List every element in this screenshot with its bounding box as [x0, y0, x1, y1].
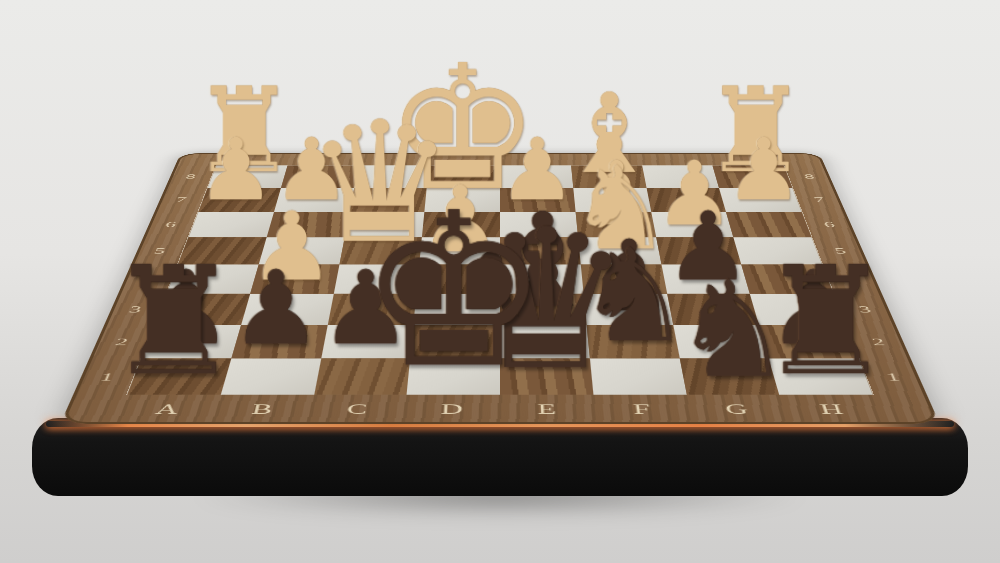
file-label-g: G — [688, 400, 788, 420]
rank-label-7: 7 — [160, 188, 201, 212]
file-label-c: C — [308, 400, 406, 420]
chess-piece-dark-rook-a1[interactable]: ♜ — [107, 251, 241, 393]
board-base — [32, 418, 968, 496]
file-label-h: H — [782, 400, 884, 420]
file-label-b: B — [212, 400, 312, 420]
chess-piece-dark-king-d1[interactable]: ♚ — [358, 191, 549, 393]
studio-scene: ♜♝♜♟♟♚♟♟♟♟♛♟♞♟♟♝♟♟♟♟♞♟♜♚♛♞♜ ABCDEFGH 876… — [0, 0, 1000, 563]
chessboard[interactable]: ♜♝♜♟♟♚♟♟♟♟♛♟♞♟♟♝♟♟♟♟♞♟♜♚♛♞♜ ABCDEFGH 876… — [60, 153, 940, 424]
chess-piece-dark-pawn-b2[interactable]: ♟ — [231, 260, 322, 357]
square-b2[interactable]: ♟ — [231, 325, 327, 359]
file-label-d: D — [404, 400, 500, 420]
file-label-e: E — [500, 400, 596, 420]
square-d1[interactable]: ♚ — [407, 359, 500, 395]
file-labels: ABCDEFGH — [117, 400, 884, 420]
file-label-f: F — [594, 400, 692, 420]
rank-label-7: 7 — [799, 188, 840, 212]
board-grid: ♜♝♜♟♟♚♟♟♟♟♛♟♞♟♟♝♟♟♟♟♞♟♜♚♛♞♜ — [126, 165, 874, 395]
file-label-a: A — [117, 400, 219, 420]
chess-piece-dark-rook-h1[interactable]: ♜ — [758, 251, 892, 393]
square-h1[interactable]: ♜ — [769, 359, 873, 395]
square-a1[interactable]: ♜ — [127, 359, 231, 395]
